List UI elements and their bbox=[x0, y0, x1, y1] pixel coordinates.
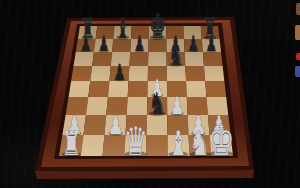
piece-black-pawn-b7[interactable]: ♟ bbox=[98, 31, 109, 56]
square-b5[interactable] bbox=[90, 66, 111, 81]
square-a4[interactable] bbox=[69, 81, 91, 97]
square-b2[interactable] bbox=[83, 115, 106, 135]
piece-black-bishop-c8[interactable]: ♝ bbox=[116, 12, 130, 44]
square-g5[interactable] bbox=[185, 66, 205, 81]
piece-black-pawn-d7[interactable]: ♟ bbox=[134, 31, 145, 56]
square-b3[interactable] bbox=[86, 97, 108, 115]
square-e6[interactable] bbox=[148, 52, 167, 66]
piece-white-rook-a1[interactable]: ♜ bbox=[61, 124, 82, 164]
square-e1[interactable] bbox=[146, 135, 168, 156]
piece-black-pawn-a7[interactable]: ♟ bbox=[80, 31, 91, 56]
piece-white-bishop-f1[interactable]: ♝ bbox=[168, 124, 189, 164]
board-frame-front-edge bbox=[35, 170, 254, 179]
square-d5[interactable] bbox=[129, 66, 149, 81]
square-b4[interactable] bbox=[88, 81, 109, 97]
piece-white-king-h1[interactable]: ♚ bbox=[208, 115, 234, 165]
piece-black-pawn-g7[interactable]: ♟ bbox=[188, 31, 199, 56]
cropped-toolbar-icon-2[interactable] bbox=[295, 25, 300, 40]
square-h4[interactable] bbox=[205, 81, 226, 97]
cropped-toolbar-icon-1[interactable] bbox=[296, 3, 300, 15]
cropped-toolbar-icon-3[interactable] bbox=[296, 53, 300, 60]
square-d4[interactable] bbox=[128, 81, 148, 97]
piece-black-knight-e3[interactable]: ♞ bbox=[148, 87, 165, 121]
piece-white-queen-d1[interactable]: ♛ bbox=[123, 119, 147, 164]
piece-black-knight-f6[interactable]: ♞ bbox=[169, 41, 183, 71]
piece-black-king-e8[interactable]: ♚ bbox=[149, 6, 166, 47]
piece-white-pawn-c2[interactable]: ♟ bbox=[108, 110, 123, 139]
square-b1[interactable] bbox=[81, 135, 105, 156]
board-svg: ♜♝♚♜♟♟♟♟♟♟♞♟♟♞♟♟♟♟♟♜♛♝♞♚ bbox=[0, 0, 300, 188]
chess-board[interactable]: ♜♝♚♜♟♟♟♟♟♟♞♟♟♞♟♟♟♟♟♜♛♝♞♚ bbox=[0, 0, 300, 188]
square-d3[interactable] bbox=[127, 97, 148, 115]
square-a5[interactable] bbox=[71, 66, 92, 81]
cropped-toolbar-icon-4[interactable] bbox=[295, 66, 300, 77]
piece-black-pawn-h7[interactable]: ♟ bbox=[206, 31, 217, 56]
piece-black-pawn-c5[interactable]: ♟ bbox=[114, 59, 126, 84]
square-g4[interactable] bbox=[186, 81, 206, 97]
piece-white-pawn-f3[interactable]: ♟ bbox=[170, 91, 184, 120]
square-h5[interactable] bbox=[204, 66, 224, 81]
